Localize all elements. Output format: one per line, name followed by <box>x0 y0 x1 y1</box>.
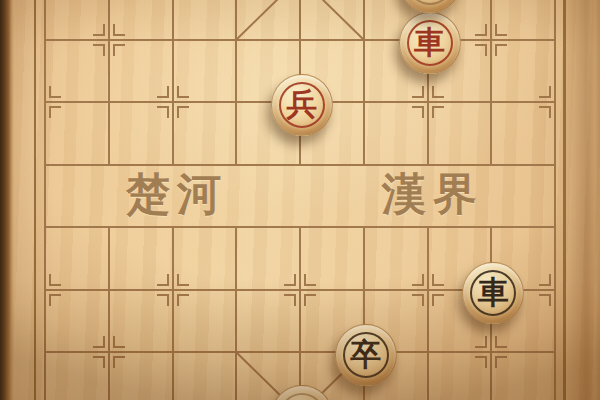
piece-red-chariot[interactable]: 車 <box>399 12 461 74</box>
piece-red-soldier[interactable]: 兵 <box>271 74 333 136</box>
piece-glyph-兵: 兵 <box>272 75 332 135</box>
piece-glyph-hidden <box>400 0 460 12</box>
piece-partial-piece-bottom[interactable] <box>271 385 333 400</box>
piece-black-chariot[interactable]: 車 <box>462 262 524 324</box>
piece-glyph-車: 車 <box>463 263 523 323</box>
pieces-layer: 車兵車卒 <box>0 0 600 400</box>
piece-glyph-車: 車 <box>400 13 460 73</box>
piece-partial-piece-top[interactable] <box>399 0 461 13</box>
board-left-edge <box>0 0 14 400</box>
piece-glyph-卒: 卒 <box>336 325 396 385</box>
piece-black-soldier[interactable]: 卒 <box>335 324 397 386</box>
xiangqi-board: 楚河 漢界 車兵車卒 <box>0 0 600 400</box>
piece-glyph-hidden <box>272 386 332 400</box>
board-right-edge <box>566 0 600 400</box>
